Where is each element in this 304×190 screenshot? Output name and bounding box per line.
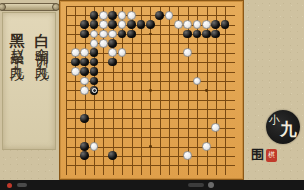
- player-panel: 黑 赵晨宇 九段 白 金明训 九段: [2, 12, 56, 150]
- stone-black[interactable]: [80, 142, 89, 151]
- stone-white[interactable]: [80, 86, 89, 95]
- logo-small-char: 小: [269, 113, 280, 128]
- stone-black[interactable]: [80, 151, 89, 160]
- stone-white[interactable]: [80, 77, 89, 86]
- playback-slider[interactable]: [188, 183, 204, 187]
- app-background: 黑 赵晨宇 九段 白 金明训 九段 小 九 围 棋: [0, 0, 304, 190]
- stone-black[interactable]: [221, 20, 230, 29]
- playback-knob-icon[interactable]: [208, 182, 214, 188]
- stone-black[interactable]: [90, 67, 99, 76]
- stone-black[interactable]: [193, 30, 202, 39]
- stone-white[interactable]: [90, 142, 99, 151]
- stone-white[interactable]: [99, 20, 108, 29]
- stone-white[interactable]: [174, 20, 183, 29]
- logo-seal-char: 棋: [268, 152, 275, 159]
- star-point: [149, 33, 152, 36]
- logo-ink-char: 围: [251, 146, 264, 164]
- white-player-name: 金明训: [35, 37, 49, 46]
- black-side-label: 黑: [9, 21, 24, 23]
- stone-black[interactable]: [127, 30, 136, 39]
- stone-black[interactable]: [108, 58, 117, 67]
- stone-black[interactable]: [137, 20, 146, 29]
- stone-white[interactable]: [90, 39, 99, 48]
- stone-white[interactable]: [99, 39, 108, 48]
- stone-white[interactable]: [183, 48, 192, 57]
- stone-black[interactable]: [118, 30, 127, 39]
- star-point: [149, 89, 152, 92]
- stone-white[interactable]: [118, 11, 127, 20]
- black-player-rank: 九段: [10, 54, 24, 58]
- stone-black[interactable]: [90, 48, 99, 57]
- stone-white[interactable]: [183, 151, 192, 160]
- stone-white[interactable]: [202, 142, 211, 151]
- go-board[interactable]: [59, 0, 244, 180]
- stone-white[interactable]: [108, 30, 117, 39]
- stone-black[interactable]: [108, 20, 117, 29]
- stone-black[interactable]: [127, 20, 136, 29]
- white-player-column: 白 金明训 九段: [33, 21, 51, 149]
- stone-black[interactable]: [211, 20, 220, 29]
- stone-black[interactable]: [80, 67, 89, 76]
- record-icon[interactable]: [7, 183, 12, 188]
- stone-black[interactable]: [183, 30, 192, 39]
- stone-white[interactable]: [127, 11, 136, 20]
- stone-black-last-move[interactable]: [90, 86, 99, 95]
- white-side-label: 白: [34, 21, 49, 23]
- stone-black[interactable]: [108, 39, 117, 48]
- stone-white[interactable]: [193, 77, 202, 86]
- stone-black[interactable]: [202, 30, 211, 39]
- stone-white[interactable]: [211, 123, 220, 132]
- board-intersections[interactable]: [61, 1, 239, 179]
- stone-white[interactable]: [90, 30, 99, 39]
- app-logo: 小 九: [266, 110, 300, 144]
- stone-white[interactable]: [99, 30, 108, 39]
- stone-black[interactable]: [90, 77, 99, 86]
- stone-white[interactable]: [80, 48, 89, 57]
- stone-white[interactable]: [183, 20, 192, 29]
- stone-black[interactable]: [211, 30, 220, 39]
- stone-black[interactable]: [108, 11, 117, 20]
- stone-white[interactable]: [165, 11, 174, 20]
- stone-white[interactable]: [71, 48, 80, 57]
- stone-black[interactable]: [146, 20, 155, 29]
- logo-main-char: 九: [280, 118, 297, 141]
- stone-white[interactable]: [108, 48, 117, 57]
- stone-white[interactable]: [193, 20, 202, 29]
- logo-red-seal: 棋: [266, 149, 277, 162]
- stone-black[interactable]: [90, 58, 99, 67]
- stone-white[interactable]: [202, 20, 211, 29]
- stone-black[interactable]: [80, 58, 89, 67]
- stone-white[interactable]: [118, 48, 127, 57]
- white-player-rank: 九段: [35, 54, 49, 58]
- black-player-column: 黑 赵晨宇 九段: [8, 21, 26, 149]
- last-move-marker: [92, 88, 97, 93]
- stone-black[interactable]: [155, 11, 164, 20]
- scroll-rod: [0, 3, 58, 11]
- star-point: [149, 145, 152, 148]
- stone-white[interactable]: [118, 20, 127, 29]
- stone-white[interactable]: [71, 67, 80, 76]
- stone-black[interactable]: [80, 20, 89, 29]
- star-point: [205, 89, 208, 92]
- stone-white[interactable]: [99, 11, 108, 20]
- stone-black[interactable]: [90, 11, 99, 20]
- move-counter-chip: [17, 183, 27, 187]
- stone-black[interactable]: [80, 30, 89, 39]
- stone-black[interactable]: [90, 20, 99, 29]
- stone-black[interactable]: [80, 114, 89, 123]
- stone-black[interactable]: [108, 151, 117, 160]
- bottom-control-bar: [0, 180, 304, 190]
- stone-black[interactable]: [71, 58, 80, 67]
- black-player-name: 赵晨宇: [10, 37, 24, 46]
